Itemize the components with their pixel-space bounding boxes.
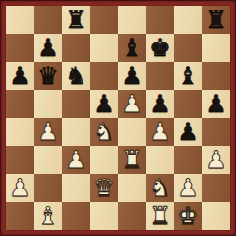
piece-white-queen: ♛: [93, 174, 115, 202]
square-c3[interactable]: ♟: [62, 146, 90, 174]
piece-black-pawn: ♟: [9, 62, 31, 90]
square-b5[interactable]: [34, 90, 62, 118]
square-e3[interactable]: ♜: [118, 146, 146, 174]
square-a1[interactable]: [6, 202, 34, 230]
piece-white-pawn: ♟: [149, 118, 171, 146]
piece-black-bishop: ♝: [121, 34, 143, 62]
piece-black-rook: ♜: [205, 6, 227, 34]
square-c4[interactable]: [62, 118, 90, 146]
board-frame: ♜♜♟♝♚♟♛♞♟♝♟♟♟♟♟♞♟♟♟♜♟♟♛♞♟♝♜♚: [0, 0, 236, 236]
square-e7[interactable]: ♝: [118, 34, 146, 62]
square-c1[interactable]: [62, 202, 90, 230]
piece-white-pawn: ♟: [9, 174, 31, 202]
square-e8[interactable]: [118, 6, 146, 34]
square-a3[interactable]: [6, 146, 34, 174]
piece-white-rook: ♜: [149, 202, 171, 230]
square-g7[interactable]: [174, 34, 202, 62]
square-e2[interactable]: [118, 174, 146, 202]
square-c6[interactable]: ♞: [62, 62, 90, 90]
square-a5[interactable]: [6, 90, 34, 118]
piece-white-pawn: ♟: [121, 90, 143, 118]
square-b1[interactable]: ♝: [34, 202, 62, 230]
square-h7[interactable]: [202, 34, 230, 62]
square-a4[interactable]: [6, 118, 34, 146]
piece-white-knight: ♞: [93, 118, 115, 146]
piece-black-pawn: ♟: [121, 62, 143, 90]
square-e6[interactable]: ♟: [118, 62, 146, 90]
piece-white-king: ♚: [177, 202, 199, 230]
square-f8[interactable]: [146, 6, 174, 34]
square-g1[interactable]: ♚: [174, 202, 202, 230]
piece-white-pawn: ♟: [65, 146, 87, 174]
square-c8[interactable]: ♜: [62, 6, 90, 34]
square-e5[interactable]: ♟: [118, 90, 146, 118]
square-d2[interactable]: ♛: [90, 174, 118, 202]
chess-board: ♜♜♟♝♚♟♛♞♟♝♟♟♟♟♟♞♟♟♟♜♟♟♛♞♟♝♜♚: [6, 6, 230, 230]
square-h6[interactable]: [202, 62, 230, 90]
square-c7[interactable]: [62, 34, 90, 62]
square-d8[interactable]: [90, 6, 118, 34]
square-f6[interactable]: [146, 62, 174, 90]
piece-white-pawn: ♟: [37, 118, 59, 146]
square-f7[interactable]: ♚: [146, 34, 174, 62]
square-d1[interactable]: [90, 202, 118, 230]
piece-black-queen: ♛: [37, 62, 59, 90]
square-f5[interactable]: ♟: [146, 90, 174, 118]
square-e4[interactable]: [118, 118, 146, 146]
square-c5[interactable]: [62, 90, 90, 118]
square-d7[interactable]: [90, 34, 118, 62]
square-g2[interactable]: ♟: [174, 174, 202, 202]
square-b4[interactable]: ♟: [34, 118, 62, 146]
piece-black-pawn: ♟: [93, 90, 115, 118]
square-d5[interactable]: ♟: [90, 90, 118, 118]
square-a8[interactable]: [6, 6, 34, 34]
square-h1[interactable]: [202, 202, 230, 230]
piece-white-rook: ♜: [121, 146, 143, 174]
square-b3[interactable]: [34, 146, 62, 174]
piece-black-knight: ♞: [65, 62, 87, 90]
piece-black-rook: ♜: [65, 6, 87, 34]
square-c2[interactable]: [62, 174, 90, 202]
square-h8[interactable]: ♜: [202, 6, 230, 34]
square-a7[interactable]: [6, 34, 34, 62]
piece-black-pawn: ♟: [205, 90, 227, 118]
square-h4[interactable]: [202, 118, 230, 146]
square-h5[interactable]: ♟: [202, 90, 230, 118]
square-f4[interactable]: ♟: [146, 118, 174, 146]
square-f1[interactable]: ♜: [146, 202, 174, 230]
square-f3[interactable]: [146, 146, 174, 174]
square-a6[interactable]: ♟: [6, 62, 34, 90]
piece-white-bishop: ♝: [37, 202, 59, 230]
piece-black-pawn: ♟: [149, 90, 171, 118]
square-b8[interactable]: [34, 6, 62, 34]
square-b2[interactable]: [34, 174, 62, 202]
piece-black-pawn: ♟: [37, 34, 59, 62]
piece-black-king: ♚: [149, 34, 171, 62]
square-a2[interactable]: ♟: [6, 174, 34, 202]
square-g8[interactable]: [174, 6, 202, 34]
piece-black-pawn: ♟: [177, 118, 199, 146]
square-g6[interactable]: ♝: [174, 62, 202, 90]
square-f2[interactable]: ♞: [146, 174, 174, 202]
square-h2[interactable]: [202, 174, 230, 202]
square-b7[interactable]: ♟: [34, 34, 62, 62]
piece-white-pawn: ♟: [205, 146, 227, 174]
square-g5[interactable]: [174, 90, 202, 118]
square-g3[interactable]: [174, 146, 202, 174]
square-g4[interactable]: ♟: [174, 118, 202, 146]
square-h3[interactable]: ♟: [202, 146, 230, 174]
square-d6[interactable]: [90, 62, 118, 90]
square-e1[interactable]: [118, 202, 146, 230]
square-d4[interactable]: ♞: [90, 118, 118, 146]
square-b6[interactable]: ♛: [34, 62, 62, 90]
piece-black-bishop: ♝: [177, 62, 199, 90]
square-d3[interactable]: [90, 146, 118, 174]
piece-white-knight: ♞: [149, 174, 171, 202]
piece-white-pawn: ♟: [177, 174, 199, 202]
